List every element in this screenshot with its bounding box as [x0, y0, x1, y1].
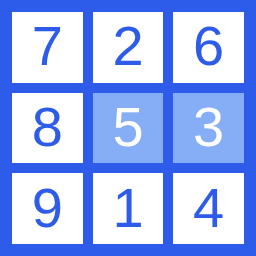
cell-digit: 9 — [32, 180, 63, 236]
cell-digit: 1 — [112, 180, 143, 236]
cell-r3c2[interactable]: 1 — [93, 173, 164, 244]
cell-r3c3[interactable]: 4 — [173, 173, 244, 244]
cell-r3c1[interactable]: 9 — [12, 173, 83, 244]
cell-digit: 4 — [193, 180, 224, 236]
cell-r2c3[interactable]: 3 — [173, 93, 244, 164]
cell-digit: 2 — [112, 18, 143, 74]
cell-digit: 8 — [32, 99, 63, 155]
cell-digit: 7 — [32, 18, 63, 74]
cell-digit: 6 — [193, 18, 224, 74]
cell-r2c1[interactable]: 8 — [12, 93, 83, 164]
cell-r2c2[interactable]: 5 — [93, 93, 164, 164]
cell-digit: 3 — [193, 99, 224, 155]
cell-digit: 5 — [112, 99, 143, 155]
cell-r1c3[interactable]: 6 — [173, 12, 244, 83]
cell-r1c2[interactable]: 2 — [93, 12, 164, 83]
cell-r1c1[interactable]: 7 — [12, 12, 83, 83]
sudoku-board: 726853914 — [0, 0, 256, 256]
